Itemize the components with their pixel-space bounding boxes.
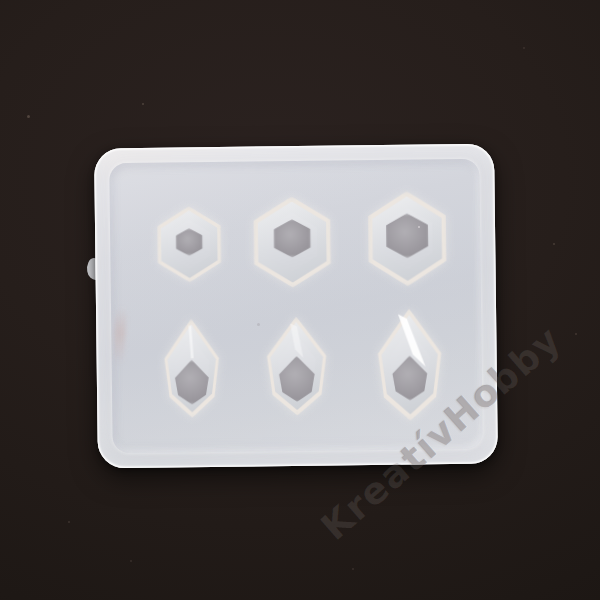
mold-cavity-hexagon-large xyxy=(366,191,448,287)
mold-cavities xyxy=(94,144,494,149)
dust-speck xyxy=(68,521,70,523)
dust-speck xyxy=(418,226,420,228)
photo-background: { "image": { "domain": "product photo", … xyxy=(0,0,600,600)
mold-cavity-hexagon-medium xyxy=(252,196,333,288)
scene: KreatívHobby KreatívHobby xyxy=(0,0,600,600)
dust-speck xyxy=(27,115,30,118)
mold-cavity-teardrop-medium xyxy=(259,316,334,416)
dust-speck xyxy=(352,568,354,570)
dust-speck xyxy=(142,103,144,105)
silicone-mold: KreatívHobby xyxy=(94,144,498,469)
dust-speck xyxy=(523,47,525,49)
mold-cavity-hexagon-small xyxy=(156,206,223,283)
mold-cavity-teardrop-small xyxy=(157,318,226,418)
mold-cavity-teardrop-large xyxy=(370,308,450,421)
dust-speck xyxy=(553,243,555,245)
dust-speck xyxy=(257,323,260,326)
dust-speck xyxy=(130,560,132,562)
dust-speck xyxy=(575,333,577,335)
